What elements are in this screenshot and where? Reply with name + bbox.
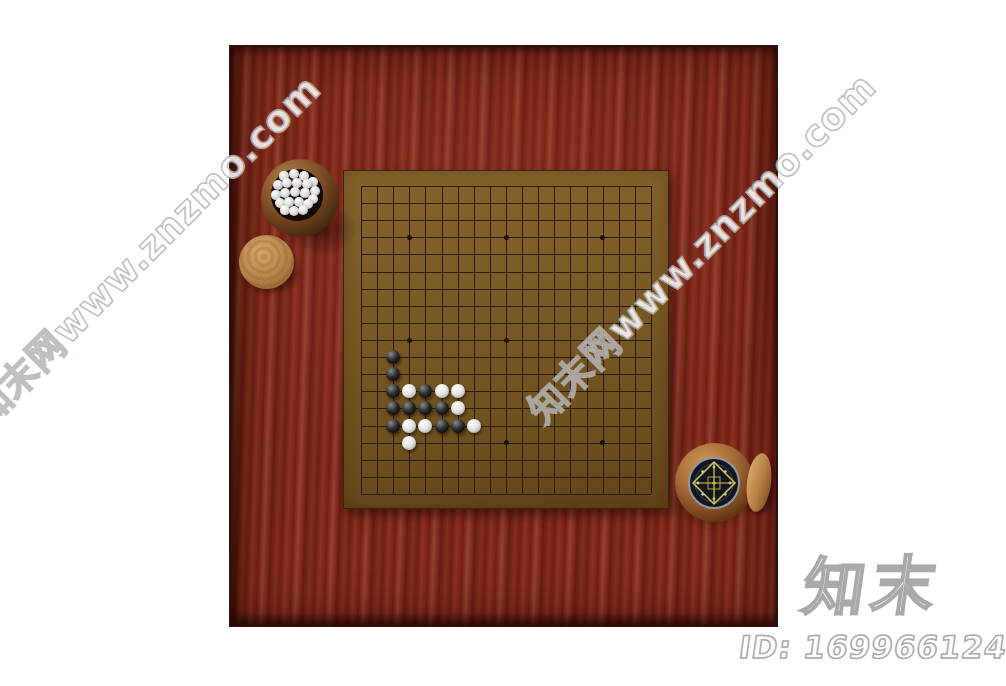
grid-line-horizontal xyxy=(361,357,651,358)
bowl-white-stone xyxy=(290,187,300,197)
black-stone[interactable] xyxy=(386,401,400,415)
bowl-white-stone xyxy=(298,205,308,215)
grid-line-horizontal xyxy=(361,460,651,461)
black-stone[interactable] xyxy=(418,401,432,415)
white-stone[interactable] xyxy=(451,401,465,415)
grid-line-horizontal xyxy=(361,494,651,495)
grid-line-vertical xyxy=(587,186,588,494)
white-stone[interactable] xyxy=(435,384,449,398)
star-point xyxy=(600,338,605,343)
scene: 知末网www.znzmo.com 知末网www.znzmo.com 知末 ID:… xyxy=(0,0,1006,686)
star-point xyxy=(407,338,412,343)
grid-line-vertical xyxy=(570,186,571,494)
black-stone[interactable] xyxy=(386,350,400,364)
white-stone[interactable] xyxy=(402,384,416,398)
grid-line-vertical xyxy=(522,186,523,494)
black-stone[interactable] xyxy=(418,384,432,398)
white-stone-bowl xyxy=(261,159,339,237)
site-logo-text: 知末 xyxy=(798,543,948,627)
black-stone[interactable] xyxy=(435,401,449,415)
star-point xyxy=(504,338,509,343)
bowl-lid xyxy=(239,235,294,289)
star-point xyxy=(504,235,509,240)
star-point xyxy=(504,440,509,445)
grid-line-vertical xyxy=(619,186,620,494)
bowl-white-stone xyxy=(282,178,292,188)
black-stone[interactable] xyxy=(386,384,400,398)
grid-line-vertical xyxy=(538,186,539,494)
white-stone[interactable] xyxy=(418,419,432,433)
compass-face-icon xyxy=(688,457,740,509)
black-stone[interactable] xyxy=(435,419,449,433)
white-stone[interactable] xyxy=(467,419,481,433)
black-stone[interactable] xyxy=(386,419,400,433)
white-stone[interactable] xyxy=(402,419,416,433)
black-stone[interactable] xyxy=(386,367,400,381)
grid-line-vertical xyxy=(651,186,652,494)
grid-line-horizontal xyxy=(361,477,651,478)
black-stone[interactable] xyxy=(402,401,416,415)
go-board xyxy=(343,170,669,509)
star-point xyxy=(600,440,605,445)
star-point xyxy=(407,235,412,240)
grid-line-vertical xyxy=(554,186,555,494)
board-grid[interactable] xyxy=(361,186,651,494)
grid-line-horizontal xyxy=(361,374,651,375)
bowl-opening xyxy=(271,169,323,221)
star-point xyxy=(600,235,605,240)
white-stone[interactable] xyxy=(451,384,465,398)
white-stone[interactable] xyxy=(402,436,416,450)
black-stone[interactable] xyxy=(451,419,465,433)
grid-line-vertical xyxy=(635,186,636,494)
compass-bowl xyxy=(675,443,754,522)
asset-id-text: ID: 169966124 xyxy=(737,629,1006,665)
